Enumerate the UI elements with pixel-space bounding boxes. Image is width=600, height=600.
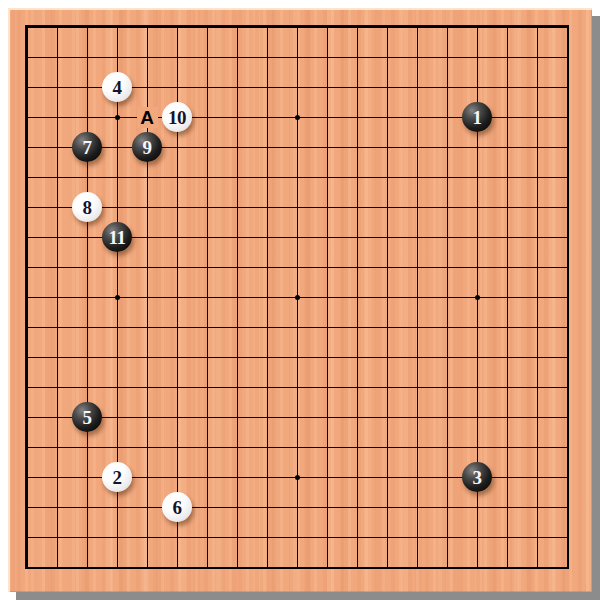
stone-black-3: 3 — [462, 462, 492, 492]
stone-white-2: 2 — [102, 462, 132, 492]
star-point — [475, 295, 480, 300]
stone-white-10: 10 — [162, 102, 192, 132]
page: A1234567891011 — [0, 0, 600, 600]
star-point — [295, 295, 300, 300]
board-points-layer: A1234567891011 — [12, 12, 582, 582]
move-number: 7 — [83, 138, 92, 157]
stone-black-5: 5 — [72, 402, 102, 432]
point-label-text: A — [140, 108, 154, 127]
move-number: 8 — [83, 198, 92, 217]
move-number: 1 — [473, 108, 482, 127]
point-label-a: A — [137, 107, 158, 128]
stone-white-6: 6 — [162, 492, 192, 522]
stone-white-4: 4 — [102, 72, 132, 102]
stone-white-8: 8 — [72, 192, 102, 222]
move-number: 3 — [473, 468, 482, 487]
star-point — [115, 115, 120, 120]
stone-black-9: 9 — [132, 132, 162, 162]
stone-black-7: 7 — [72, 132, 102, 162]
move-number: 5 — [83, 408, 92, 427]
stone-black-1: 1 — [462, 102, 492, 132]
move-number: 10 — [168, 108, 186, 127]
go-board: A1234567891011 — [8, 8, 592, 592]
star-point — [295, 115, 300, 120]
move-number: 11 — [109, 228, 126, 247]
star-point — [295, 475, 300, 480]
move-number: 6 — [173, 498, 182, 517]
star-point — [115, 295, 120, 300]
move-number: 9 — [143, 138, 152, 157]
move-number: 2 — [113, 468, 122, 487]
stone-black-11: 11 — [102, 222, 132, 252]
move-number: 4 — [113, 78, 122, 97]
